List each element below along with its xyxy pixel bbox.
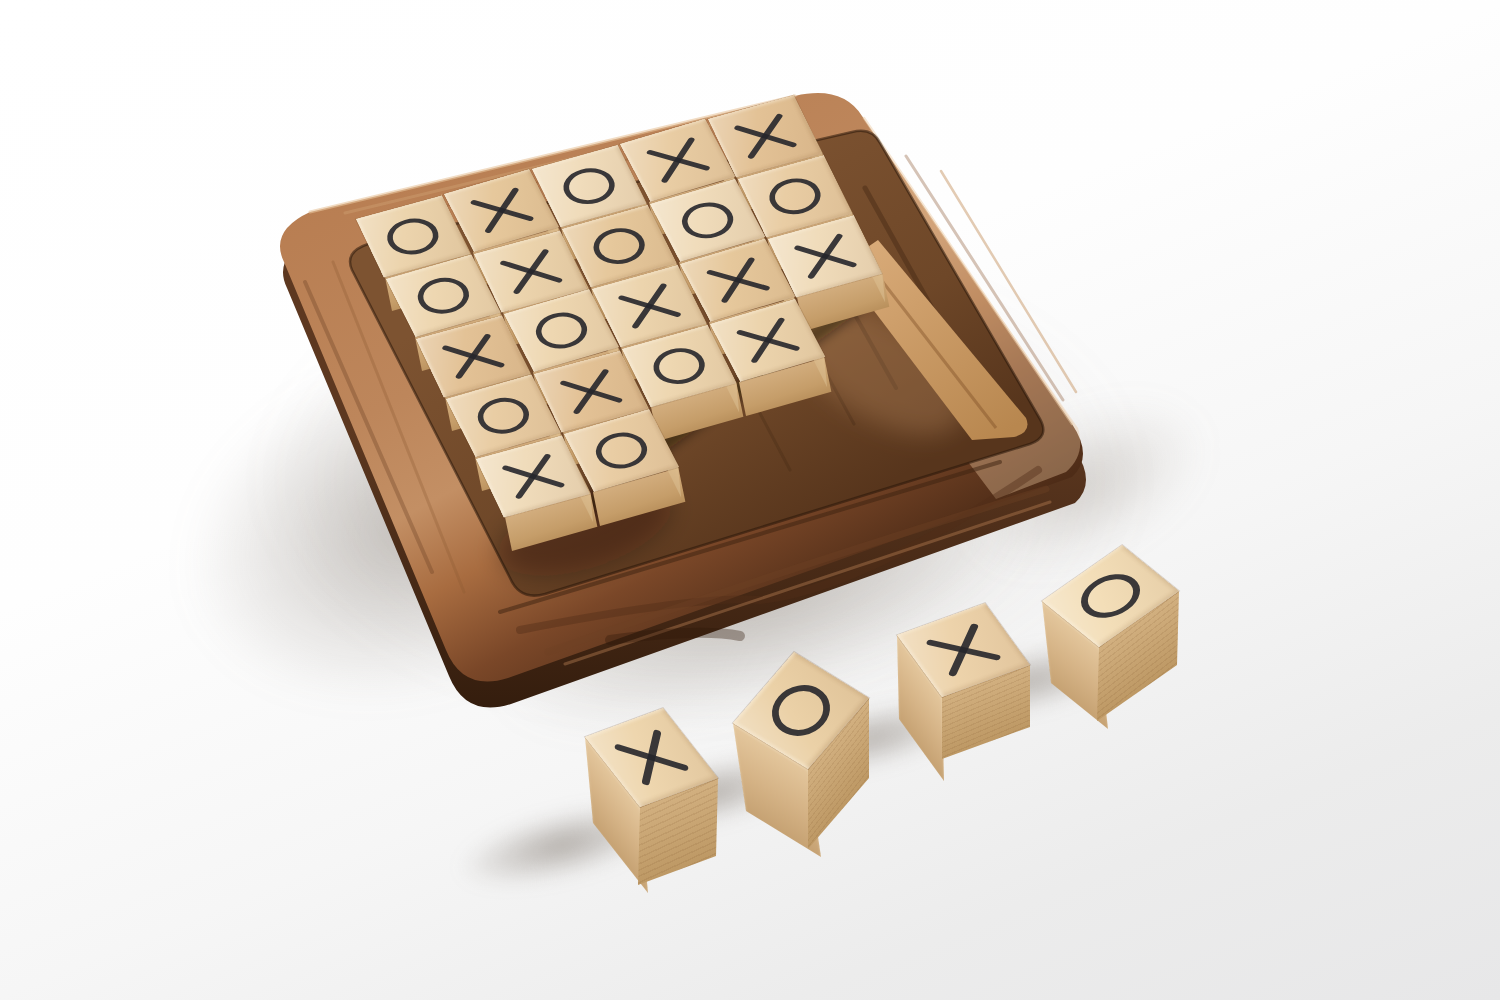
x-mark-stroke <box>806 233 843 279</box>
o-mark-ring <box>762 172 827 219</box>
o-mark-ring <box>411 272 476 319</box>
scene <box>0 0 1500 1000</box>
o-mark-ring <box>647 342 712 389</box>
x-mark-stroke <box>631 283 668 329</box>
o-mark-ring <box>1069 565 1151 626</box>
x-mark-stroke <box>750 317 785 363</box>
o-mark-ring <box>589 426 655 473</box>
o-mark-ring <box>760 675 842 745</box>
o-mark-ring <box>557 162 622 209</box>
x-mark-stroke <box>660 136 695 182</box>
o-mark-ring <box>529 306 595 353</box>
x-mark-stroke <box>746 113 783 159</box>
x-mark-stroke <box>572 368 609 414</box>
x-mark-stroke <box>512 248 549 294</box>
o-mark-ring <box>471 392 536 439</box>
o-mark-ring <box>675 196 741 243</box>
x-mark-stroke <box>484 187 520 233</box>
o-mark-ring <box>380 213 445 260</box>
x-mark-stroke <box>514 453 551 499</box>
x-mark-stroke <box>720 256 755 302</box>
o-mark-ring <box>587 222 652 269</box>
x-mark-stroke <box>454 333 491 379</box>
